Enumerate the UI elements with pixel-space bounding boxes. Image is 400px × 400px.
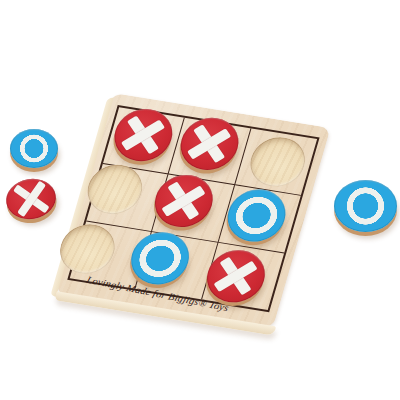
loose-piece-left-o[interactable] <box>10 129 58 168</box>
board-recess <box>54 221 121 278</box>
piece-x[interactable] <box>174 113 245 173</box>
piece-x[interactable] <box>201 246 272 306</box>
cell-content <box>215 182 297 249</box>
cell-r1c2[interactable] <box>218 185 300 253</box>
loose-piece-right-o[interactable] <box>334 180 397 232</box>
tic-tac-toe-board: Lovingly Made for Bigjigs® Toys <box>55 93 330 328</box>
board-recess <box>81 161 148 218</box>
piece-x[interactable] <box>149 171 220 231</box>
product-photo: Lovingly Made for Bigjigs® Toys <box>0 0 400 400</box>
cell-content <box>74 157 155 224</box>
board-recess <box>245 134 312 191</box>
piece-o[interactable] <box>221 185 292 245</box>
piece-o[interactable] <box>125 228 196 288</box>
piece-x[interactable] <box>108 105 179 165</box>
cell-content <box>169 110 250 177</box>
cell-content <box>47 216 128 283</box>
loose-piece-left-x[interactable] <box>3 175 59 223</box>
cell-content <box>143 168 224 235</box>
